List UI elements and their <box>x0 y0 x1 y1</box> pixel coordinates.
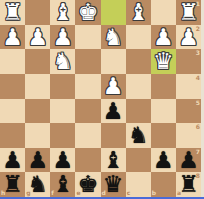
square-c1[interactable]: ♝ <box>126 0 151 25</box>
black-bishop-f8[interactable]: ♝ <box>50 172 75 196</box>
square-e4[interactable] <box>75 74 100 99</box>
square-b3[interactable]: ♛ <box>151 49 176 74</box>
square-a4[interactable]: 4 <box>176 74 201 99</box>
black-pawn-b7[interactable]: ♟ <box>151 148 176 172</box>
square-b1[interactable] <box>151 0 176 25</box>
square-d7[interactable]: ♝ <box>101 148 126 173</box>
white-bishop-f1[interactable]: ♝ <box>50 0 75 24</box>
square-h5[interactable] <box>0 99 25 124</box>
square-e8[interactable]: ♚e <box>75 172 100 197</box>
square-d4[interactable]: ♟ <box>101 74 126 99</box>
square-b7[interactable]: ♟ <box>151 148 176 173</box>
square-f8[interactable]: ♝f <box>50 172 75 197</box>
square-a3[interactable]: 3 <box>176 49 201 74</box>
black-king-e8[interactable]: ♚ <box>75 172 100 196</box>
square-f6[interactable] <box>50 123 75 148</box>
square-g5[interactable] <box>25 99 50 124</box>
square-a7[interactable]: ♟7 <box>176 148 201 173</box>
chess-board: ♜♝♚♝♜1♟♟♟♞♟♟2♞♛3♟4♟5♞6♟♟♟♝♟♟7♜h♞g♝f♚e♛dc… <box>0 0 201 197</box>
white-queen-b3[interactable]: ♛ <box>151 49 176 73</box>
white-king-e1[interactable]: ♚ <box>75 0 100 24</box>
square-g2[interactable]: ♟ <box>25 25 50 50</box>
square-g7[interactable]: ♟ <box>25 148 50 173</box>
square-e2[interactable] <box>75 25 100 50</box>
black-knight-c6[interactable]: ♞ <box>126 123 151 147</box>
square-f3[interactable]: ♞ <box>50 49 75 74</box>
white-rook-a1[interactable]: ♜ <box>176 0 201 24</box>
square-c3[interactable] <box>126 49 151 74</box>
black-pawn-f7[interactable]: ♟ <box>50 148 75 172</box>
square-e6[interactable] <box>75 123 100 148</box>
rank-label-5: 5 <box>196 100 200 106</box>
square-h2[interactable]: ♟ <box>0 25 25 50</box>
black-knight-g8[interactable]: ♞ <box>25 172 50 196</box>
square-g1[interactable] <box>25 0 50 25</box>
square-b5[interactable] <box>151 99 176 124</box>
window-bottom-border <box>0 197 204 199</box>
black-pawn-a7[interactable]: ♟ <box>176 148 201 172</box>
square-h7[interactable]: ♟ <box>0 148 25 173</box>
square-a1[interactable]: ♜1 <box>176 0 201 25</box>
square-a2[interactable]: ♟2 <box>176 25 201 50</box>
white-pawn-b2[interactable]: ♟ <box>151 25 176 49</box>
square-c4[interactable] <box>126 74 151 99</box>
screenshot-root: ♜♝♚♝♜1♟♟♟♞♟♟2♞♛3♟4♟5♞6♟♟♟♝♟♟7♜h♞g♝f♚e♛dc… <box>0 0 204 199</box>
square-e5[interactable] <box>75 99 100 124</box>
square-d2[interactable]: ♞ <box>101 25 126 50</box>
square-h8[interactable]: ♜h <box>0 172 25 197</box>
square-b8[interactable]: b <box>151 172 176 197</box>
square-c7[interactable] <box>126 148 151 173</box>
square-f5[interactable] <box>50 99 75 124</box>
file-label-b: b <box>152 190 156 196</box>
square-h4[interactable] <box>0 74 25 99</box>
black-queen-d8[interactable]: ♛ <box>101 172 126 196</box>
black-pawn-g7[interactable]: ♟ <box>25 148 50 172</box>
square-d5[interactable]: ♟ <box>101 99 126 124</box>
square-d6[interactable] <box>101 123 126 148</box>
rank-label-3: 3 <box>196 50 200 56</box>
square-d8[interactable]: ♛d <box>101 172 126 197</box>
black-pawn-d5[interactable]: ♟ <box>101 99 126 123</box>
square-e7[interactable] <box>75 148 100 173</box>
square-f4[interactable] <box>50 74 75 99</box>
square-h6[interactable] <box>0 123 25 148</box>
square-c6[interactable]: ♞ <box>126 123 151 148</box>
square-d3[interactable] <box>101 49 126 74</box>
square-a6[interactable]: 6 <box>176 123 201 148</box>
square-g3[interactable] <box>25 49 50 74</box>
white-bishop-c1[interactable]: ♝ <box>126 0 151 24</box>
white-knight-d2[interactable]: ♞ <box>101 25 126 49</box>
rank-label-4: 4 <box>196 75 200 81</box>
white-pawn-d4[interactable]: ♟ <box>101 74 126 98</box>
white-knight-f3[interactable]: ♞ <box>50 49 75 73</box>
square-b6[interactable] <box>151 123 176 148</box>
white-pawn-g2[interactable]: ♟ <box>25 25 50 49</box>
square-f2[interactable]: ♟ <box>50 25 75 50</box>
square-g6[interactable] <box>25 123 50 148</box>
square-f1[interactable]: ♝ <box>50 0 75 25</box>
black-rook-h8[interactable]: ♜ <box>0 172 25 196</box>
white-pawn-h2[interactable]: ♟ <box>0 25 25 49</box>
square-a5[interactable]: 5 <box>176 99 201 124</box>
square-c8[interactable]: c <box>126 172 151 197</box>
square-c5[interactable] <box>126 99 151 124</box>
square-e1[interactable]: ♚ <box>75 0 100 25</box>
square-b2[interactable]: ♟ <box>151 25 176 50</box>
board-right-edge <box>201 0 204 199</box>
black-pawn-h7[interactable]: ♟ <box>0 148 25 172</box>
white-pawn-a2[interactable]: ♟ <box>176 25 201 49</box>
file-label-c: c <box>127 190 131 196</box>
square-e3[interactable] <box>75 49 100 74</box>
white-pawn-f2[interactable]: ♟ <box>50 25 75 49</box>
rank-label-6: 6 <box>196 124 200 130</box>
white-rook-h1[interactable]: ♜ <box>0 0 25 24</box>
square-f7[interactable]: ♟ <box>50 148 75 173</box>
square-d1[interactable] <box>101 0 126 25</box>
square-g8[interactable]: ♞g <box>25 172 50 197</box>
square-a8[interactable]: ♜8a <box>176 172 201 197</box>
square-h1[interactable]: ♜ <box>0 0 25 25</box>
square-b4[interactable] <box>151 74 176 99</box>
black-bishop-d7[interactable]: ♝ <box>101 148 126 172</box>
square-h3[interactable] <box>0 49 25 74</box>
square-c2[interactable] <box>126 25 151 50</box>
square-g4[interactable] <box>25 74 50 99</box>
black-rook-a8[interactable]: ♜ <box>176 172 201 196</box>
